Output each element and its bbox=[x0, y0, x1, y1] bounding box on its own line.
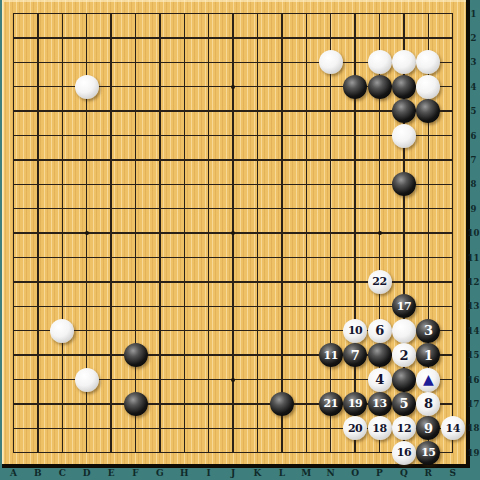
row-label-7: 7 bbox=[467, 154, 480, 166]
column-label-G: G bbox=[148, 467, 172, 479]
column-label-C: C bbox=[50, 467, 74, 479]
black-stone-F15 bbox=[124, 343, 148, 367]
white-stone-Q6 bbox=[392, 124, 416, 148]
white-stone-O14: 10 bbox=[343, 319, 367, 343]
black-stone-P4 bbox=[368, 75, 392, 99]
column-label-S: S bbox=[441, 467, 465, 479]
row-label-4: 4 bbox=[467, 81, 480, 93]
column-label-E: E bbox=[99, 467, 123, 479]
star-point bbox=[85, 231, 89, 235]
move-number: 12 bbox=[397, 423, 411, 434]
white-stone-Q15: 2 bbox=[392, 343, 416, 367]
move-number: 10 bbox=[348, 325, 362, 336]
black-stone-R15: 1 bbox=[416, 343, 440, 367]
column-label-O: O bbox=[343, 467, 367, 479]
grid-line-vertical bbox=[330, 13, 332, 454]
black-stone-Q5 bbox=[392, 99, 416, 123]
move-number: 4 bbox=[375, 373, 384, 386]
grid-line-horizontal bbox=[13, 257, 454, 259]
white-stone-D4 bbox=[75, 75, 99, 99]
star-point bbox=[231, 85, 235, 89]
go-app-screen: 22171063117214▲211913582018129141615 ABC… bbox=[0, 0, 480, 480]
black-stone-O17: 19 bbox=[343, 392, 367, 416]
black-stone-P17: 13 bbox=[368, 392, 392, 416]
star-point bbox=[378, 231, 382, 235]
move-number: 7 bbox=[351, 349, 360, 362]
row-label-17: 17 bbox=[467, 398, 480, 410]
white-stone-P12: 22 bbox=[368, 270, 392, 294]
white-stone-Q3 bbox=[392, 50, 416, 74]
row-label-8: 8 bbox=[467, 178, 480, 190]
column-label-J: J bbox=[221, 467, 245, 479]
white-stone-S18: 14 bbox=[441, 416, 465, 440]
white-stone-Q18: 12 bbox=[392, 416, 416, 440]
grid-line-vertical bbox=[306, 13, 308, 454]
grid-line-vertical bbox=[257, 13, 259, 454]
column-label-R: R bbox=[416, 467, 440, 479]
move-number: 11 bbox=[324, 350, 338, 361]
black-stone-R19: 15 bbox=[416, 441, 440, 465]
black-stone-R5 bbox=[416, 99, 440, 123]
black-stone-Q17: 5 bbox=[392, 392, 416, 416]
move-number: 9 bbox=[424, 422, 433, 435]
black-stone-Q16 bbox=[392, 368, 416, 392]
move-number: 8 bbox=[424, 397, 433, 410]
column-label-P: P bbox=[368, 467, 392, 479]
move-number: 17 bbox=[397, 301, 411, 312]
move-number: 2 bbox=[400, 349, 409, 362]
row-label-2: 2 bbox=[467, 32, 480, 44]
move-number: 3 bbox=[424, 324, 433, 337]
black-stone-O4 bbox=[343, 75, 367, 99]
black-stone-N17: 21 bbox=[319, 392, 343, 416]
move-number: 22 bbox=[372, 276, 386, 287]
star-point bbox=[231, 378, 235, 382]
white-stone-Q19: 16 bbox=[392, 441, 416, 465]
white-stone-R16: ▲ bbox=[416, 368, 440, 392]
white-stone-P14: 6 bbox=[368, 319, 392, 343]
move-number: 6 bbox=[375, 324, 384, 337]
move-number: 14 bbox=[446, 423, 460, 434]
move-number: 18 bbox=[372, 423, 386, 434]
white-stone-C14 bbox=[50, 319, 74, 343]
column-label-H: H bbox=[172, 467, 196, 479]
column-label-L: L bbox=[270, 467, 294, 479]
go-board[interactable]: 22171063117214▲211913582018129141615 bbox=[2, 0, 470, 468]
move-number: 21 bbox=[324, 398, 338, 409]
move-number: 5 bbox=[400, 397, 409, 410]
move-number: 15 bbox=[421, 447, 435, 458]
white-stone-N3 bbox=[319, 50, 343, 74]
black-stone-R18: 9 bbox=[416, 416, 440, 440]
white-stone-P3 bbox=[368, 50, 392, 74]
white-stone-P18: 18 bbox=[368, 416, 392, 440]
column-label-A: A bbox=[2, 467, 26, 479]
move-number: 13 bbox=[372, 398, 386, 409]
white-stone-Q14 bbox=[392, 319, 416, 343]
star-point bbox=[231, 231, 235, 235]
black-stone-F17 bbox=[124, 392, 148, 416]
white-stone-D16 bbox=[75, 368, 99, 392]
column-label-F: F bbox=[124, 467, 148, 479]
row-label-15: 15 bbox=[467, 349, 480, 361]
row-label-12: 12 bbox=[467, 276, 480, 288]
row-label-3: 3 bbox=[467, 56, 480, 68]
white-stone-P16: 4 bbox=[368, 368, 392, 392]
row-label-5: 5 bbox=[467, 105, 480, 117]
grid-line-horizontal bbox=[13, 452, 454, 454]
column-label-B: B bbox=[26, 467, 50, 479]
column-label-N: N bbox=[319, 467, 343, 479]
column-label-M: M bbox=[294, 467, 318, 479]
move-number: 19 bbox=[348, 398, 362, 409]
row-label-19: 19 bbox=[467, 447, 480, 459]
grid-line-horizontal bbox=[13, 306, 454, 308]
move-number: 20 bbox=[348, 423, 362, 434]
column-label-K: K bbox=[246, 467, 270, 479]
row-label-16: 16 bbox=[467, 374, 480, 386]
row-label-18: 18 bbox=[467, 422, 480, 434]
column-label-I: I bbox=[197, 467, 221, 479]
black-stone-L17 bbox=[270, 392, 294, 416]
row-label-9: 9 bbox=[467, 203, 480, 215]
black-stone-Q4 bbox=[392, 75, 416, 99]
white-stone-R4 bbox=[416, 75, 440, 99]
grid-line-vertical bbox=[281, 13, 283, 454]
black-stone-N15: 11 bbox=[319, 343, 343, 367]
column-label-Q: Q bbox=[392, 467, 416, 479]
row-label-11: 11 bbox=[467, 252, 480, 264]
white-stone-R17: 8 bbox=[416, 392, 440, 416]
black-stone-Q13: 17 bbox=[392, 294, 416, 318]
row-label-10: 10 bbox=[467, 227, 480, 239]
move-number: 16 bbox=[397, 447, 411, 458]
black-stone-R14: 3 bbox=[416, 319, 440, 343]
black-stone-Q8 bbox=[392, 172, 416, 196]
move-number: 1 bbox=[424, 349, 433, 362]
triangle-marker-icon: ▲ bbox=[423, 372, 434, 386]
column-label-D: D bbox=[75, 467, 99, 479]
black-stone-P15 bbox=[368, 343, 392, 367]
white-stone-O18: 20 bbox=[343, 416, 367, 440]
black-stone-O15: 7 bbox=[343, 343, 367, 367]
row-label-1: 1 bbox=[467, 8, 480, 20]
row-label-6: 6 bbox=[467, 130, 480, 142]
grid-line-vertical bbox=[452, 13, 454, 454]
row-label-13: 13 bbox=[467, 300, 480, 312]
row-label-14: 14 bbox=[467, 325, 480, 337]
white-stone-R3 bbox=[416, 50, 440, 74]
